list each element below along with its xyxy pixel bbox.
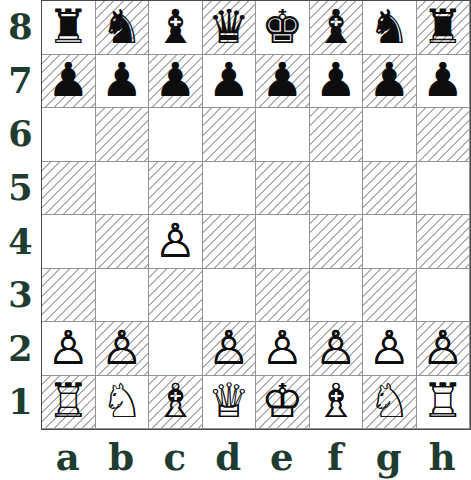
square-e7[interactable]: ♟ xyxy=(256,55,310,109)
black-pawn-b7[interactable]: ♟ xyxy=(101,53,143,106)
white-pawn-a2[interactable]: ♙ xyxy=(47,321,89,374)
square-c3[interactable] xyxy=(149,269,203,323)
white-pawn-c4[interactable]: ♙ xyxy=(154,214,196,267)
black-knight-b8[interactable]: ♞ xyxy=(101,0,143,53)
square-f2[interactable]: ♙ xyxy=(310,322,364,376)
black-pawn-c7[interactable]: ♟ xyxy=(154,53,196,106)
square-h8[interactable]: ♜ xyxy=(417,1,471,55)
square-g8[interactable]: ♞ xyxy=(363,1,417,55)
square-h5[interactable] xyxy=(417,162,471,216)
square-d2[interactable]: ♙ xyxy=(203,322,257,376)
chess-diagram: 87654321 ♜♞♝♛♚♝♞♜♟♟♟♟♟♟♟♟♙♙♙♙♙♙♙♙♖♘♗♕♔♗♘… xyxy=(0,0,471,480)
black-pawn-g7[interactable]: ♟ xyxy=(368,53,410,106)
white-pawn-d2[interactable]: ♙ xyxy=(208,321,250,374)
square-e4[interactable] xyxy=(256,215,310,269)
rank-labels: 87654321 xyxy=(0,0,41,429)
square-e3[interactable] xyxy=(256,269,310,323)
square-g2[interactable]: ♙ xyxy=(363,322,417,376)
white-king-e1[interactable]: ♔ xyxy=(261,374,303,427)
square-e6[interactable] xyxy=(256,108,310,162)
square-a6[interactable] xyxy=(42,108,96,162)
square-a5[interactable] xyxy=(42,162,96,216)
file-label-e: e xyxy=(255,430,309,480)
square-f5[interactable] xyxy=(310,162,364,216)
chess-board: ♜♞♝♛♚♝♞♜♟♟♟♟♟♟♟♟♙♙♙♙♙♙♙♙♖♘♗♕♔♗♘♖ xyxy=(41,0,471,430)
square-b2[interactable]: ♙ xyxy=(96,322,150,376)
black-pawn-d7[interactable]: ♟ xyxy=(208,53,250,106)
square-e5[interactable] xyxy=(256,162,310,216)
square-f4[interactable] xyxy=(310,215,364,269)
white-rook-h1[interactable]: ♖ xyxy=(422,374,464,427)
square-b1[interactable]: ♘ xyxy=(96,376,150,430)
rank-label-2: 2 xyxy=(0,322,41,376)
black-bishop-c8[interactable]: ♝ xyxy=(154,0,196,53)
white-pawn-e2[interactable]: ♙ xyxy=(261,321,303,374)
square-f1[interactable]: ♗ xyxy=(310,376,364,430)
square-b7[interactable]: ♟ xyxy=(96,55,150,109)
black-pawn-h7[interactable]: ♟ xyxy=(422,53,464,106)
rank-label-1: 1 xyxy=(0,375,41,429)
white-queen-d1[interactable]: ♕ xyxy=(208,374,250,427)
black-pawn-a7[interactable]: ♟ xyxy=(47,53,89,106)
black-rook-a8[interactable]: ♜ xyxy=(47,0,89,53)
black-knight-g8[interactable]: ♞ xyxy=(368,0,410,53)
square-d4[interactable] xyxy=(203,215,257,269)
square-f3[interactable] xyxy=(310,269,364,323)
square-c8[interactable]: ♝ xyxy=(149,1,203,55)
square-a1[interactable]: ♖ xyxy=(42,376,96,430)
square-a2[interactable]: ♙ xyxy=(42,322,96,376)
black-king-e8[interactable]: ♚ xyxy=(261,0,303,53)
square-a7[interactable]: ♟ xyxy=(42,55,96,109)
square-f7[interactable]: ♟ xyxy=(310,55,364,109)
square-f6[interactable] xyxy=(310,108,364,162)
file-label-d: d xyxy=(202,430,256,480)
square-d5[interactable] xyxy=(203,162,257,216)
square-b5[interactable] xyxy=(96,162,150,216)
square-h3[interactable] xyxy=(417,269,471,323)
square-d3[interactable] xyxy=(203,269,257,323)
square-b3[interactable] xyxy=(96,269,150,323)
black-rook-h8[interactable]: ♜ xyxy=(422,0,464,53)
square-g3[interactable] xyxy=(363,269,417,323)
square-e1[interactable]: ♔ xyxy=(256,376,310,430)
square-e8[interactable]: ♚ xyxy=(256,1,310,55)
rank-label-6: 6 xyxy=(0,107,41,161)
square-d1[interactable]: ♕ xyxy=(203,376,257,430)
white-bishop-f1[interactable]: ♗ xyxy=(315,374,357,427)
black-bishop-f8[interactable]: ♝ xyxy=(315,0,357,53)
square-c6[interactable] xyxy=(149,108,203,162)
white-knight-b1[interactable]: ♘ xyxy=(101,374,143,427)
rank-label-3: 3 xyxy=(0,268,41,322)
rank-label-5: 5 xyxy=(0,161,41,215)
square-h1[interactable]: ♖ xyxy=(417,376,471,430)
white-pawn-h2[interactable]: ♙ xyxy=(422,321,464,374)
file-label-a: a xyxy=(41,430,95,480)
square-c5[interactable] xyxy=(149,162,203,216)
black-pawn-e7[interactable]: ♟ xyxy=(261,53,303,106)
white-pawn-g2[interactable]: ♙ xyxy=(368,321,410,374)
square-c2[interactable] xyxy=(149,322,203,376)
square-c1[interactable]: ♗ xyxy=(149,376,203,430)
square-a8[interactable]: ♜ xyxy=(42,1,96,55)
rank-label-7: 7 xyxy=(0,54,41,108)
black-queen-d8[interactable]: ♛ xyxy=(208,0,250,53)
square-b4[interactable] xyxy=(96,215,150,269)
square-g1[interactable]: ♘ xyxy=(363,376,417,430)
file-labels: abcdefgh xyxy=(41,430,471,480)
square-a4[interactable] xyxy=(42,215,96,269)
square-d8[interactable]: ♛ xyxy=(203,1,257,55)
file-label-f: f xyxy=(309,430,363,480)
file-label-h: h xyxy=(416,430,470,480)
white-knight-g1[interactable]: ♘ xyxy=(368,374,410,427)
white-pawn-f2[interactable]: ♙ xyxy=(315,321,357,374)
square-g5[interactable] xyxy=(363,162,417,216)
square-d6[interactable] xyxy=(203,108,257,162)
square-g7[interactable]: ♟ xyxy=(363,55,417,109)
square-c7[interactable]: ♟ xyxy=(149,55,203,109)
white-bishop-c1[interactable]: ♗ xyxy=(154,374,196,427)
square-g4[interactable] xyxy=(363,215,417,269)
square-c4[interactable]: ♙ xyxy=(149,215,203,269)
square-h6[interactable] xyxy=(417,108,471,162)
square-h7[interactable]: ♟ xyxy=(417,55,471,109)
square-h4[interactable] xyxy=(417,215,471,269)
square-g6[interactable] xyxy=(363,108,417,162)
white-pawn-b2[interactable]: ♙ xyxy=(101,321,143,374)
white-rook-a1[interactable]: ♖ xyxy=(47,374,89,427)
rank-label-8: 8 xyxy=(0,0,41,54)
square-h2[interactable]: ♙ xyxy=(417,322,471,376)
square-f8[interactable]: ♝ xyxy=(310,1,364,55)
square-b6[interactable] xyxy=(96,108,150,162)
black-pawn-f7[interactable]: ♟ xyxy=(315,53,357,106)
square-b8[interactable]: ♞ xyxy=(96,1,150,55)
file-label-c: c xyxy=(148,430,202,480)
file-label-g: g xyxy=(362,430,416,480)
rank-label-4: 4 xyxy=(0,214,41,268)
file-label-b: b xyxy=(95,430,149,480)
square-e2[interactable]: ♙ xyxy=(256,322,310,376)
square-a3[interactable] xyxy=(42,269,96,323)
square-d7[interactable]: ♟ xyxy=(203,55,257,109)
